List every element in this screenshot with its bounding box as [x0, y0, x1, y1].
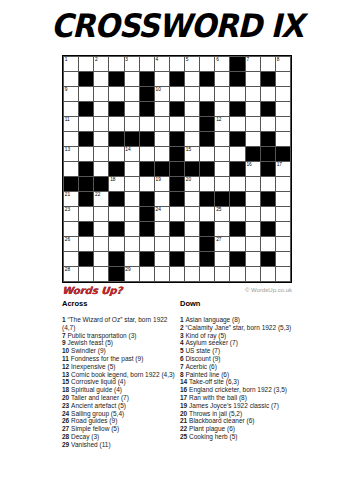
- clue-item-number: 25: [180, 433, 189, 440]
- clue-number: 3: [125, 57, 128, 62]
- white-cell[interactable]: [185, 237, 199, 251]
- black-cell: [140, 207, 154, 221]
- clue-item: 11 Fondness for the past (9): [62, 355, 180, 363]
- black-cell: [170, 192, 184, 206]
- white-cell[interactable]: [79, 237, 93, 251]
- black-cell: [109, 267, 123, 281]
- white-cell[interactable]: 26: [64, 237, 78, 251]
- white-cell[interactable]: [261, 87, 275, 101]
- crossword-grid: 1234567891011121314151617181920212223242…: [62, 55, 292, 283]
- black-cell: [230, 192, 244, 206]
- white-cell[interactable]: [64, 222, 78, 236]
- white-cell[interactable]: [79, 207, 93, 221]
- white-cell[interactable]: [230, 207, 244, 221]
- clue-item-number: 11: [62, 355, 71, 362]
- white-cell[interactable]: [94, 237, 108, 251]
- black-cell: [261, 192, 275, 206]
- black-cell: [79, 177, 93, 191]
- white-cell[interactable]: [170, 207, 184, 221]
- clue-item-number: 18: [62, 386, 71, 393]
- white-cell[interactable]: [94, 252, 108, 266]
- clue-item: 28 Decay (3): [62, 433, 180, 441]
- clue-item: 25 Cooking herb (5): [180, 433, 311, 441]
- clue-item: 24 Sailing group (5,4): [62, 410, 180, 418]
- white-cell[interactable]: [261, 177, 275, 191]
- clue-item-number: 21: [180, 417, 189, 424]
- white-cell[interactable]: [276, 177, 290, 191]
- white-cell[interactable]: [215, 222, 229, 236]
- copyright-text: © WordsUp.co.uk: [245, 287, 292, 293]
- white-cell[interactable]: [215, 87, 229, 101]
- white-cell[interactable]: [230, 267, 244, 281]
- white-cell[interactable]: [140, 177, 154, 191]
- white-cell[interactable]: 27: [215, 237, 229, 251]
- clue-item-number: 24: [62, 410, 71, 417]
- down-clues-column: Down 1 Asian language (8)2 “Calamity Jan…: [180, 299, 311, 441]
- clue-number: 25: [216, 207, 221, 212]
- clue-number: 17: [277, 162, 282, 167]
- clue-item: 27 Simple fellow (5): [62, 425, 180, 433]
- white-cell[interactable]: 4: [155, 57, 169, 71]
- white-cell[interactable]: [155, 267, 169, 281]
- white-cell[interactable]: [79, 267, 93, 281]
- white-cell[interactable]: 5: [185, 57, 199, 71]
- black-cell: [79, 102, 93, 116]
- clue-item-number: 12: [62, 363, 71, 370]
- white-cell[interactable]: [185, 252, 199, 266]
- white-cell[interactable]: [276, 192, 290, 206]
- white-cell[interactable]: [94, 147, 108, 161]
- white-cell[interactable]: [261, 267, 275, 281]
- clue-item: 12 Inexpensive (5): [62, 363, 180, 371]
- clue-item-number: 1: [180, 316, 185, 323]
- clue-item-number: 9: [62, 339, 67, 346]
- white-cell[interactable]: 1: [64, 57, 78, 71]
- black-cell: [170, 132, 184, 146]
- clue-item-number: 19: [180, 402, 189, 409]
- white-cell[interactable]: [276, 207, 290, 221]
- black-cell: [109, 162, 123, 176]
- clue-item-number: 27: [62, 425, 71, 432]
- clue-number: 21: [65, 192, 70, 197]
- white-cell[interactable]: 8: [276, 57, 290, 71]
- white-cell[interactable]: 20: [185, 177, 199, 191]
- white-cell[interactable]: [155, 222, 169, 236]
- white-cell[interactable]: [94, 102, 108, 116]
- white-cell[interactable]: [109, 237, 123, 251]
- white-cell[interactable]: [261, 57, 275, 71]
- white-cell[interactable]: [125, 252, 139, 266]
- down-header: Down: [180, 299, 311, 308]
- clue-item: 4 Asylum seeker (7): [180, 339, 311, 347]
- white-cell[interactable]: [125, 222, 139, 236]
- white-cell[interactable]: [170, 267, 184, 281]
- white-cell[interactable]: [276, 252, 290, 266]
- white-cell[interactable]: [185, 87, 199, 101]
- clue-item-number: 28: [62, 433, 71, 440]
- white-cell[interactable]: [125, 87, 139, 101]
- clue-item-number: 14: [180, 378, 189, 385]
- clue-item: 14 Take-off site (6,3): [180, 378, 311, 386]
- white-cell[interactable]: [185, 222, 199, 236]
- clue-item-number: 17: [180, 394, 189, 401]
- white-cell[interactable]: 9: [64, 87, 78, 101]
- clue-number: 12: [216, 117, 221, 122]
- black-cell: [109, 252, 123, 266]
- black-cell: [170, 177, 184, 191]
- white-cell[interactable]: [155, 192, 169, 206]
- clue-number: 14: [125, 147, 130, 152]
- white-cell[interactable]: [140, 237, 154, 251]
- black-cell: [200, 252, 214, 266]
- white-cell[interactable]: [109, 57, 123, 71]
- black-cell: [94, 177, 108, 191]
- white-cell[interactable]: [155, 102, 169, 116]
- white-cell[interactable]: [246, 132, 260, 146]
- white-cell[interactable]: [125, 192, 139, 206]
- white-cell[interactable]: 28: [64, 267, 78, 281]
- clue-item-number: 4: [180, 339, 185, 346]
- white-cell[interactable]: [125, 207, 139, 221]
- white-cell[interactable]: 21: [64, 192, 78, 206]
- clue-number: 7: [246, 57, 249, 62]
- white-cell[interactable]: [94, 87, 108, 101]
- clue-number: 28: [65, 267, 70, 272]
- white-cell[interactable]: [246, 192, 260, 206]
- white-cell[interactable]: [246, 207, 260, 221]
- clue-number: 10: [156, 87, 161, 92]
- white-cell[interactable]: [276, 117, 290, 131]
- black-cell: [261, 102, 275, 116]
- white-cell[interactable]: [215, 147, 229, 161]
- clue-item-number: 2: [180, 324, 185, 331]
- clue-number: 24: [156, 207, 161, 212]
- black-cell: [170, 252, 184, 266]
- clue-item: 22 Plant plague (6): [180, 425, 311, 433]
- white-cell[interactable]: [140, 117, 154, 131]
- white-cell[interactable]: [246, 72, 260, 86]
- white-cell[interactable]: 22: [94, 192, 108, 206]
- white-cell[interactable]: [276, 237, 290, 251]
- white-cell[interactable]: 18: [109, 177, 123, 191]
- white-cell[interactable]: [261, 117, 275, 131]
- white-cell[interactable]: [246, 102, 260, 116]
- white-cell[interactable]: [125, 162, 139, 176]
- white-cell[interactable]: [94, 117, 108, 131]
- white-cell[interactable]: [94, 267, 108, 281]
- clue-number: 22: [95, 192, 100, 197]
- black-cell: [109, 102, 123, 116]
- clue-item-number: 20: [180, 410, 189, 417]
- black-cell: [79, 252, 93, 266]
- white-cell[interactable]: [109, 87, 123, 101]
- white-cell[interactable]: [200, 87, 214, 101]
- black-cell: [200, 237, 214, 251]
- white-cell[interactable]: [246, 267, 260, 281]
- white-cell[interactable]: [155, 132, 169, 146]
- clue-number: 4: [156, 57, 159, 62]
- clue-item-number: 22: [180, 425, 189, 432]
- white-cell[interactable]: 15: [185, 147, 199, 161]
- white-cell[interactable]: [185, 267, 199, 281]
- white-cell[interactable]: [200, 267, 214, 281]
- white-cell[interactable]: [276, 87, 290, 101]
- white-cell[interactable]: [246, 117, 260, 131]
- black-cell: [230, 222, 244, 236]
- black-cell: [140, 87, 154, 101]
- white-cell[interactable]: [200, 57, 214, 71]
- white-cell[interactable]: [170, 117, 184, 131]
- clue-number: 5: [186, 57, 189, 62]
- white-cell[interactable]: [185, 192, 199, 206]
- black-cell: [155, 162, 169, 176]
- white-cell[interactable]: 3: [125, 57, 139, 71]
- white-cell[interactable]: [64, 162, 78, 176]
- white-cell[interactable]: [246, 177, 260, 191]
- white-cell[interactable]: [230, 147, 244, 161]
- white-cell[interactable]: [276, 72, 290, 86]
- across-header: Across: [62, 299, 180, 308]
- black-cell: [170, 222, 184, 236]
- black-cell: [79, 222, 93, 236]
- white-cell[interactable]: [64, 252, 78, 266]
- white-cell[interactable]: [94, 162, 108, 176]
- black-cell: [230, 132, 244, 146]
- clue-number: 6: [216, 57, 219, 62]
- white-cell[interactable]: [276, 222, 290, 236]
- white-cell[interactable]: 6: [215, 57, 229, 71]
- white-cell[interactable]: 24: [155, 207, 169, 221]
- black-cell: [185, 162, 199, 176]
- black-cell: [230, 57, 244, 71]
- white-cell[interactable]: [230, 237, 244, 251]
- black-cell: [261, 222, 275, 236]
- white-cell[interactable]: 10: [155, 87, 169, 101]
- clue-number: 15: [186, 147, 191, 152]
- white-cell[interactable]: [125, 117, 139, 131]
- clue-number: 18: [110, 177, 115, 182]
- clue-item-number: 16: [180, 386, 189, 393]
- black-cell: [109, 132, 123, 146]
- white-cell[interactable]: [200, 177, 214, 191]
- white-cell[interactable]: [109, 147, 123, 161]
- white-cell[interactable]: [200, 207, 214, 221]
- white-cell[interactable]: [79, 57, 93, 71]
- clue-item: 6 Discount (9): [180, 355, 311, 363]
- clue-number: 8: [277, 57, 280, 62]
- white-cell[interactable]: [246, 222, 260, 236]
- white-cell[interactable]: [64, 132, 78, 146]
- clue-item-number: 10: [62, 347, 71, 354]
- white-cell[interactable]: 7: [246, 57, 260, 71]
- white-cell[interactable]: 19: [155, 177, 169, 191]
- black-cell: [230, 162, 244, 176]
- black-cell: [170, 102, 184, 116]
- clue-item: 7 Public transportation (3): [62, 332, 180, 340]
- white-cell[interactable]: 17: [276, 162, 290, 176]
- black-cell: [200, 132, 214, 146]
- black-cell: [140, 252, 154, 266]
- white-cell[interactable]: [276, 267, 290, 281]
- white-cell[interactable]: [215, 102, 229, 116]
- white-cell[interactable]: [109, 207, 123, 221]
- white-cell[interactable]: [170, 237, 184, 251]
- white-cell[interactable]: [155, 117, 169, 131]
- black-cell: [230, 252, 244, 266]
- black-cell: [230, 72, 244, 86]
- white-cell[interactable]: 2: [94, 57, 108, 71]
- clue-item: 26 Road guides (9): [62, 417, 180, 425]
- clue-item: 23 Ancient artefact (5): [62, 402, 180, 410]
- black-cell: [276, 147, 290, 161]
- black-cell: [200, 192, 214, 206]
- white-cell[interactable]: [125, 72, 139, 86]
- white-cell[interactable]: [246, 237, 260, 251]
- white-cell[interactable]: 25: [215, 207, 229, 221]
- clue-item: 29 Vanished (11): [62, 441, 180, 449]
- white-cell[interactable]: [230, 87, 244, 101]
- black-cell: [79, 72, 93, 86]
- black-cell: [109, 222, 123, 236]
- black-cell: [230, 102, 244, 116]
- clue-item-number: 15: [62, 378, 71, 385]
- white-cell[interactable]: [215, 267, 229, 281]
- white-cell[interactable]: 14: [125, 147, 139, 161]
- clue-item: 18 Spiritual guide (4): [62, 386, 180, 394]
- black-cell: [140, 72, 154, 86]
- clue-number: 23: [65, 207, 70, 212]
- white-cell[interactable]: [170, 57, 184, 71]
- white-cell[interactable]: [125, 237, 139, 251]
- clue-item-number: 7: [180, 363, 185, 370]
- black-cell: [200, 222, 214, 236]
- white-cell[interactable]: [230, 177, 244, 191]
- white-cell[interactable]: [79, 87, 93, 101]
- white-cell[interactable]: [170, 87, 184, 101]
- white-cell[interactable]: [246, 87, 260, 101]
- clue-number: 16: [246, 162, 251, 167]
- white-cell[interactable]: [215, 252, 229, 266]
- clue-item: 20 Throws in jail (5,2): [180, 410, 311, 418]
- black-cell: [109, 72, 123, 86]
- across-clue-list: 1 “The Wizard of Oz” star, born 1922 (4,…: [62, 316, 180, 449]
- black-cell: [140, 132, 154, 146]
- white-cell[interactable]: [200, 147, 214, 161]
- white-cell[interactable]: 13: [64, 147, 78, 161]
- white-cell[interactable]: [140, 57, 154, 71]
- black-cell: [79, 192, 93, 206]
- grid-footer: Words Up? © WordsUp.co.uk: [62, 284, 292, 296]
- white-cell[interactable]: [155, 72, 169, 86]
- white-cell[interactable]: [125, 177, 139, 191]
- white-cell[interactable]: 23: [64, 207, 78, 221]
- clue-item: 20 Taller and leaner (7): [62, 394, 180, 402]
- clue-number: 29: [125, 267, 130, 272]
- black-cell: [261, 252, 275, 266]
- clue-item: 10 Swindler (9): [62, 347, 180, 355]
- white-cell[interactable]: [261, 237, 275, 251]
- white-cell[interactable]: [155, 147, 169, 161]
- white-cell[interactable]: [125, 102, 139, 116]
- white-cell[interactable]: [64, 102, 78, 116]
- white-cell[interactable]: [94, 207, 108, 221]
- white-cell[interactable]: [230, 117, 244, 131]
- black-cell: [109, 192, 123, 206]
- white-cell[interactable]: [94, 222, 108, 236]
- wordsup-logo: Words Up?: [62, 285, 123, 296]
- clue-item: 3 Kind of ray (5): [180, 332, 311, 340]
- white-cell[interactable]: [140, 147, 154, 161]
- black-cell: [261, 72, 275, 86]
- clue-number: 26: [65, 237, 70, 242]
- white-cell[interactable]: [261, 207, 275, 221]
- clue-number: 13: [65, 147, 70, 152]
- white-cell[interactable]: 16: [246, 162, 260, 176]
- black-cell: [170, 147, 184, 161]
- black-cell: [261, 147, 275, 161]
- black-cell: [79, 132, 93, 146]
- down-clue-list: 1 Asian language (8)2 “Calamity Jane” st…: [180, 316, 311, 441]
- clue-item: 1 “The Wizard of Oz” star, born 1922 (4,…: [62, 316, 180, 332]
- white-cell[interactable]: [215, 177, 229, 191]
- clue-item: 1 Asian language (8): [180, 316, 311, 324]
- clue-number: 1: [65, 57, 68, 62]
- black-cell: [200, 72, 214, 86]
- white-cell[interactable]: [79, 117, 93, 131]
- white-cell[interactable]: [276, 102, 290, 116]
- white-cell[interactable]: [246, 252, 260, 266]
- white-cell[interactable]: [155, 237, 169, 251]
- white-cell[interactable]: [64, 72, 78, 86]
- white-cell[interactable]: [215, 132, 229, 146]
- white-cell[interactable]: [185, 72, 199, 86]
- clue-item-number: 3: [180, 332, 185, 339]
- crossword-page: CROSSWORD IX 123456789101112131415161718…: [0, 0, 354, 500]
- white-cell[interactable]: [185, 117, 199, 131]
- clue-item: 5 US state (7): [180, 347, 311, 355]
- white-cell[interactable]: [140, 267, 154, 281]
- page-title: CROSSWORD IX: [0, 7, 354, 45]
- white-cell[interactable]: 29: [125, 267, 139, 281]
- white-cell[interactable]: 12: [215, 117, 229, 131]
- black-cell: [200, 102, 214, 116]
- white-cell[interactable]: [109, 117, 123, 131]
- white-cell[interactable]: [276, 132, 290, 146]
- white-cell[interactable]: [79, 147, 93, 161]
- clue-item-number: 13: [62, 371, 71, 378]
- white-cell[interactable]: [94, 72, 108, 86]
- black-cell: [215, 192, 229, 206]
- black-cell: [200, 117, 214, 131]
- white-cell[interactable]: [215, 72, 229, 86]
- clue-number: 9: [65, 87, 68, 92]
- clue-item: 19 James Joyce’s 1922 classic (7): [180, 402, 311, 410]
- clue-item: 13 Comic book legend, born 1922 (4,3): [62, 371, 180, 379]
- white-cell[interactable]: 11: [64, 117, 78, 131]
- clue-item: 2 “Calamity Jane” star, born 1922 (5,3): [180, 324, 311, 332]
- clue-item-number: 7: [62, 332, 67, 339]
- across-clues-column: Across 1 “The Wizard of Oz” star, born 1…: [62, 299, 180, 449]
- clue-item: 17 Ran with the ball (8): [180, 394, 311, 402]
- white-cell[interactable]: [185, 102, 199, 116]
- white-cell[interactable]: [94, 132, 108, 146]
- white-cell[interactable]: [215, 162, 229, 176]
- white-cell[interactable]: [185, 207, 199, 221]
- white-cell[interactable]: [185, 132, 199, 146]
- white-cell[interactable]: [155, 252, 169, 266]
- clue-item-number: 26: [62, 417, 71, 424]
- clue-number: 27: [216, 237, 221, 242]
